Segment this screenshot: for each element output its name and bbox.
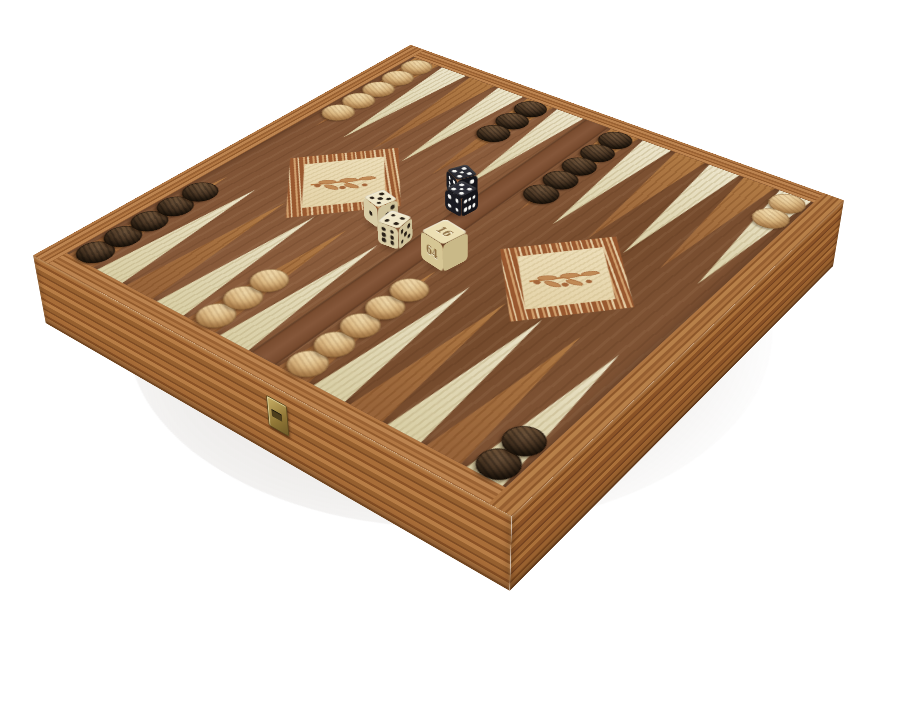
die-pip <box>377 197 384 201</box>
die-pip <box>393 222 400 226</box>
die-pip <box>407 223 410 229</box>
board-surface: 1664 <box>33 45 844 516</box>
die-pip <box>448 203 451 209</box>
die-pip <box>369 196 376 200</box>
die-pip <box>391 204 395 210</box>
die-pip <box>451 169 457 172</box>
die-pip <box>457 175 463 178</box>
die-pip <box>401 228 404 234</box>
die-pip <box>384 219 391 223</box>
die-pip <box>468 204 471 210</box>
die-pip <box>382 226 386 231</box>
die-pip <box>404 231 407 237</box>
die-pip <box>472 194 475 200</box>
die-pip <box>468 197 471 203</box>
die-pip <box>455 207 458 213</box>
backgammon-photo-scene: 1664 <box>0 0 915 712</box>
die-pip <box>390 240 394 245</box>
die-pip <box>378 192 385 196</box>
die-pip <box>466 187 473 191</box>
die-pip <box>464 207 467 213</box>
brass-clasp[interactable] <box>266 395 289 437</box>
die-pip <box>458 183 465 186</box>
die-pip <box>390 229 394 234</box>
die-pip <box>448 194 451 200</box>
die-pip <box>472 202 475 208</box>
die-pip <box>450 187 457 191</box>
die-pip <box>401 238 404 244</box>
die-pip <box>455 198 458 204</box>
backgammon-case: 1664 <box>46 104 833 591</box>
die-pip <box>390 213 397 217</box>
die-pip <box>382 232 386 237</box>
die-pip <box>458 191 465 195</box>
die-pip <box>399 217 406 221</box>
die-pip <box>376 201 383 205</box>
die-pip <box>461 167 467 170</box>
die-pip <box>459 171 465 174</box>
die-pip <box>369 210 372 216</box>
die-pip <box>458 187 465 191</box>
die-pip <box>466 172 472 175</box>
die-pip <box>390 235 394 240</box>
die-pip <box>470 179 474 184</box>
die-pip <box>464 199 467 205</box>
die-pip <box>385 197 392 201</box>
die-pip <box>408 233 411 239</box>
die-pip <box>382 237 386 242</box>
